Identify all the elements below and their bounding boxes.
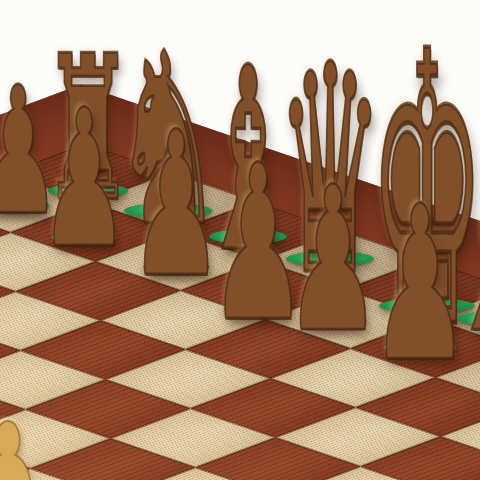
board-frame	[0, 85, 480, 480]
chess-board	[0, 144, 480, 480]
chessboard-photo: ♜♞♝♛♚♝♟♟♟♟♟♟♟	[0, 0, 480, 480]
